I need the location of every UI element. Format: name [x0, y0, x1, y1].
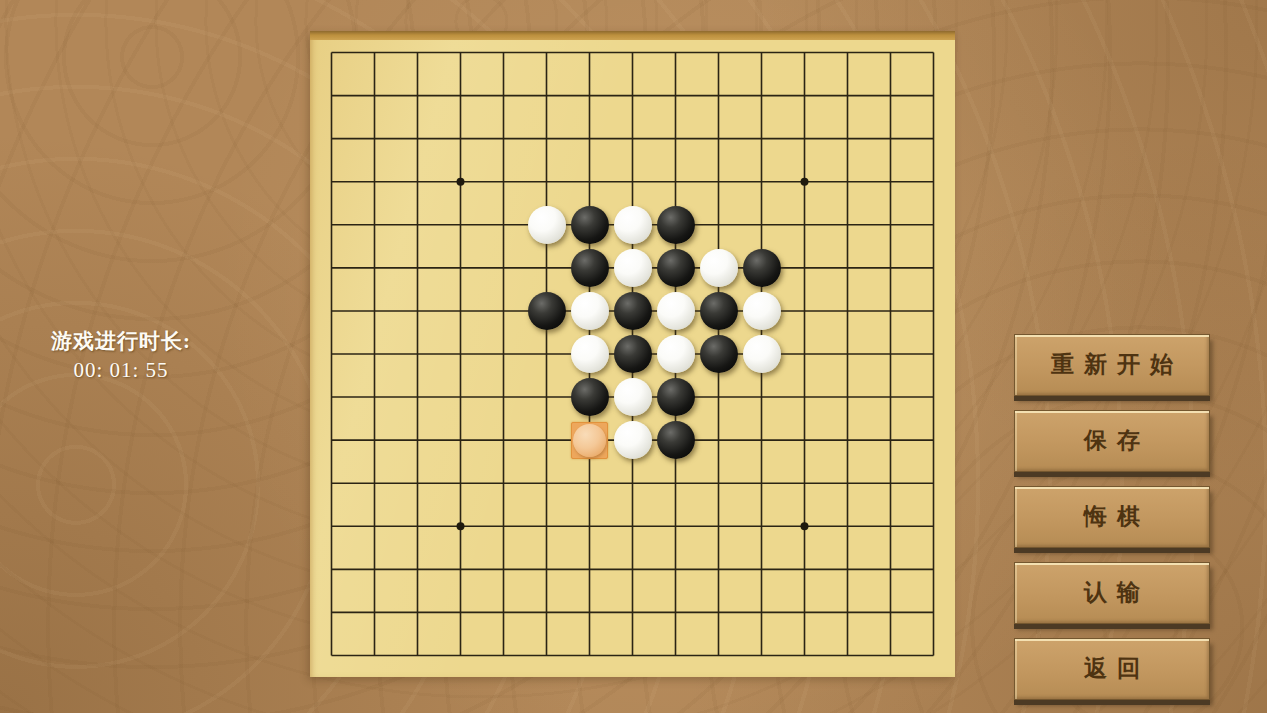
black-stone [571, 249, 609, 287]
white-stone [614, 378, 652, 416]
white-stone [743, 335, 781, 373]
white-stone [657, 335, 695, 373]
black-stone [528, 292, 566, 330]
white-stone [614, 421, 652, 459]
black-stone [571, 378, 609, 416]
save-button[interactable]: 保存 [1014, 410, 1210, 472]
back-button[interactable]: 返回 [1014, 638, 1210, 700]
white-stone [700, 249, 738, 287]
undo-button[interactable]: 悔棋 [1014, 486, 1210, 548]
black-stone [657, 378, 695, 416]
white-stone [528, 206, 566, 244]
game-timer: 游戏进行时长: 00: 01: 55 [5, 327, 237, 383]
black-stone [700, 335, 738, 373]
timer-value: 00: 01: 55 [5, 358, 237, 383]
white-stone [614, 206, 652, 244]
board-intersections[interactable] [310, 31, 955, 677]
black-stone [743, 249, 781, 287]
action-buttons: 重新开始 保存 悔棋 认输 返回 [1014, 334, 1210, 700]
black-stone [614, 292, 652, 330]
black-stone [657, 249, 695, 287]
timer-label: 游戏进行时长: [5, 327, 237, 355]
black-stone [657, 206, 695, 244]
gomoku-board[interactable] [310, 31, 955, 677]
black-stone [700, 292, 738, 330]
black-stone [657, 421, 695, 459]
white-stone [614, 249, 652, 287]
white-stone [743, 292, 781, 330]
black-stone [571, 206, 609, 244]
black-stone [614, 335, 652, 373]
preview-stone [573, 424, 606, 457]
white-stone [571, 292, 609, 330]
move-cursor-highlight[interactable] [571, 422, 608, 459]
resign-button[interactable]: 认输 [1014, 562, 1210, 624]
white-stone [571, 335, 609, 373]
white-stone [657, 292, 695, 330]
restart-button[interactable]: 重新开始 [1014, 334, 1210, 396]
